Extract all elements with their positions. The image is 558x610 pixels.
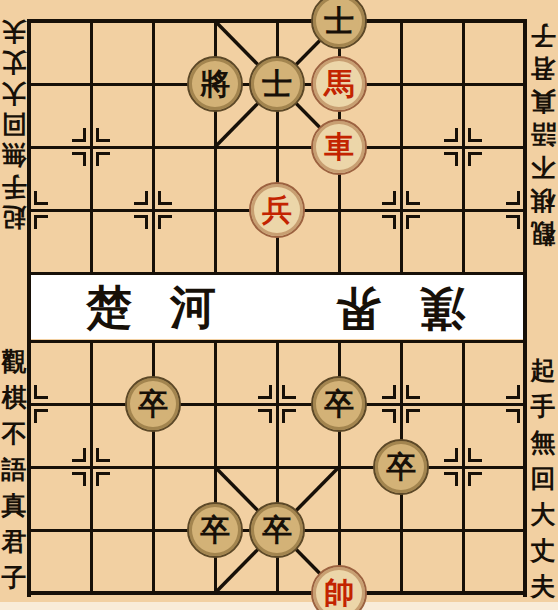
motto-char: 語 xyxy=(2,452,27,488)
motto-char: 不 xyxy=(2,416,27,452)
motto-char: 觀 xyxy=(531,217,556,250)
motto-char: 大 xyxy=(531,497,556,533)
motto-char: 起 xyxy=(2,202,27,233)
motto-char: 子 xyxy=(2,560,27,596)
motto-char: 觀 xyxy=(2,344,27,380)
motto-char: 回 xyxy=(2,109,27,140)
motto-char: 君 xyxy=(531,52,556,85)
motto-char: 回 xyxy=(531,461,556,497)
motto-char: 語 xyxy=(531,118,556,151)
piece-black-soldier[interactable]: 卒 xyxy=(125,376,181,432)
motto-char: 真 xyxy=(531,85,556,118)
piece-black-soldier[interactable]: 卒 xyxy=(249,502,305,558)
side-motto-left-bottom: 觀棋不語真君子 xyxy=(0,344,28,596)
piece-black-advisor[interactable]: 士 xyxy=(249,56,305,112)
motto-char: 手 xyxy=(531,389,556,425)
xiangqi-board[interactable]: 楚 河 漢 界 起手無回大丈夫 觀棋不語真君子 觀棋不語真君子 起手無回大丈夫 … xyxy=(0,0,558,610)
piece-red-horse[interactable]: 馬 xyxy=(311,56,367,112)
side-motto-right-bottom: 起手無回大丈夫 xyxy=(529,353,557,605)
motto-char: 夫 xyxy=(531,569,556,605)
motto-char: 君 xyxy=(2,524,27,560)
motto-char: 子 xyxy=(531,19,556,52)
motto-char: 真 xyxy=(2,488,27,524)
motto-char: 不 xyxy=(531,151,556,184)
piece-black-general[interactable]: 將 xyxy=(187,56,243,112)
piece-black-soldier[interactable]: 卒 xyxy=(311,376,367,432)
motto-char: 起 xyxy=(531,353,556,389)
motto-char: 丈 xyxy=(2,47,27,78)
side-motto-left-top-rotated: 起手無回大丈夫 xyxy=(0,16,28,233)
side-motto-right-top-rotated: 觀棋不語真君子 xyxy=(529,19,557,250)
motto-char: 無 xyxy=(531,425,556,461)
motto-char: 大 xyxy=(2,78,27,109)
motto-char: 無 xyxy=(2,140,27,171)
piece-red-soldier[interactable]: 兵 xyxy=(249,182,305,238)
motto-char: 棋 xyxy=(531,184,556,217)
motto-char: 手 xyxy=(2,171,27,202)
piece-red-chariot[interactable]: 車 xyxy=(311,119,367,175)
motto-char: 棋 xyxy=(2,380,27,416)
piece-black-soldier[interactable]: 卒 xyxy=(373,439,429,495)
motto-char: 丈 xyxy=(531,533,556,569)
motto-char: 夫 xyxy=(2,16,27,47)
piece-black-soldier[interactable]: 卒 xyxy=(187,502,243,558)
